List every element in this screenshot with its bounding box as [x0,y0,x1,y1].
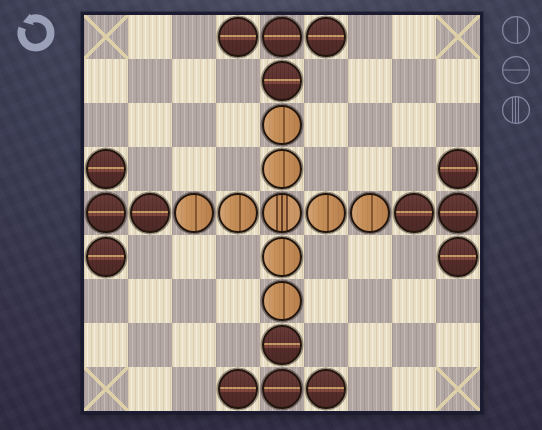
square-c5[interactable] [172,191,216,235]
square-b1[interactable] [128,15,172,59]
square-g7[interactable] [348,279,392,323]
square-b6[interactable] [128,235,172,279]
attacker-piece[interactable] [86,193,126,233]
attacker-piece[interactable] [438,193,478,233]
square-e2[interactable] [260,59,304,103]
tafl-board [81,12,483,414]
square-c6[interactable] [172,235,216,279]
square-e5[interactable] [260,191,304,235]
square-c1[interactable] [172,15,216,59]
app-window [0,0,542,430]
undo-button[interactable] [13,10,59,56]
square-c2[interactable] [172,59,216,103]
square-g3[interactable] [348,103,392,147]
attacker-piece[interactable] [262,369,302,409]
square-i7[interactable] [436,279,480,323]
square-d9[interactable] [216,367,260,411]
square-h2[interactable] [392,59,436,103]
square-c8[interactable] [172,323,216,367]
square-g5[interactable] [348,191,392,235]
square-f3[interactable] [304,103,348,147]
undo-icon [13,10,59,56]
square-d5[interactable] [216,191,260,235]
square-f1[interactable] [304,15,348,59]
square-f2[interactable] [304,59,348,103]
defender-piece[interactable] [262,281,302,321]
square-b4[interactable] [128,147,172,191]
square-b8[interactable] [128,323,172,367]
square-g4[interactable] [348,147,392,191]
square-g1[interactable] [348,15,392,59]
square-f6[interactable] [304,235,348,279]
square-d7[interactable] [216,279,260,323]
square-a6[interactable] [84,235,128,279]
square-a3[interactable] [84,103,128,147]
attacker-piece-icon[interactable] [500,54,532,86]
square-f5[interactable] [304,191,348,235]
attacker-piece[interactable] [394,193,434,233]
attacker-piece[interactable] [86,149,126,189]
square-i8[interactable] [436,323,480,367]
square-i4[interactable] [436,147,480,191]
square-g9[interactable] [348,367,392,411]
square-e7[interactable] [260,279,304,323]
attacker-piece[interactable] [438,149,478,189]
square-e9[interactable] [260,367,304,411]
square-e8[interactable] [260,323,304,367]
attacker-piece[interactable] [218,369,258,409]
square-f8[interactable] [304,323,348,367]
square-g6[interactable] [348,235,392,279]
square-i5[interactable] [436,191,480,235]
square-b5[interactable] [128,191,172,235]
piece-legend [500,14,532,126]
square-a4[interactable] [84,147,128,191]
square-a9[interactable] [84,367,128,411]
square-h4[interactable] [392,147,436,191]
square-d1[interactable] [216,15,260,59]
square-a2[interactable] [84,59,128,103]
square-g8[interactable] [348,323,392,367]
defender-piece[interactable] [262,105,302,145]
square-e1[interactable] [260,15,304,59]
square-c4[interactable] [172,147,216,191]
square-f9[interactable] [304,367,348,411]
square-b2[interactable] [128,59,172,103]
square-h1[interactable] [392,15,436,59]
square-d8[interactable] [216,323,260,367]
square-a5[interactable] [84,191,128,235]
square-e3[interactable] [260,103,304,147]
square-h3[interactable] [392,103,436,147]
attacker-piece[interactable] [130,193,170,233]
defender-piece[interactable] [262,237,302,277]
attacker-piece[interactable] [262,61,302,101]
square-b7[interactable] [128,279,172,323]
square-c7[interactable] [172,279,216,323]
square-i2[interactable] [436,59,480,103]
attacker-piece[interactable] [262,17,302,57]
square-b3[interactable] [128,103,172,147]
square-f7[interactable] [304,279,348,323]
defender-piece-icon[interactable] [500,14,532,46]
defender-piece[interactable] [350,193,390,233]
square-i1[interactable] [436,15,480,59]
square-a1[interactable] [84,15,128,59]
square-d4[interactable] [216,147,260,191]
square-d6[interactable] [216,235,260,279]
square-h5[interactable] [392,191,436,235]
square-g2[interactable] [348,59,392,103]
attacker-piece[interactable] [218,17,258,57]
square-i6[interactable] [436,235,480,279]
defender-piece[interactable] [218,193,258,233]
square-h7[interactable] [392,279,436,323]
king-piece[interactable] [262,193,302,233]
attacker-piece[interactable] [262,325,302,365]
square-e6[interactable] [260,235,304,279]
square-i3[interactable] [436,103,480,147]
square-a7[interactable] [84,279,128,323]
defender-piece[interactable] [306,193,346,233]
square-c9[interactable] [172,367,216,411]
square-h6[interactable] [392,235,436,279]
square-d2[interactable] [216,59,260,103]
square-c3[interactable] [172,103,216,147]
square-h9[interactable] [392,367,436,411]
square-a8[interactable] [84,323,128,367]
attacker-piece[interactable] [306,369,346,409]
attacker-piece[interactable] [438,237,478,277]
king-piece-icon[interactable] [500,94,532,126]
attacker-piece[interactable] [306,17,346,57]
square-e4[interactable] [260,147,304,191]
attacker-piece[interactable] [86,237,126,277]
square-f4[interactable] [304,147,348,191]
square-i9[interactable] [436,367,480,411]
square-b9[interactable] [128,367,172,411]
defender-piece[interactable] [262,149,302,189]
defender-piece[interactable] [174,193,214,233]
square-h8[interactable] [392,323,436,367]
square-d3[interactable] [216,103,260,147]
